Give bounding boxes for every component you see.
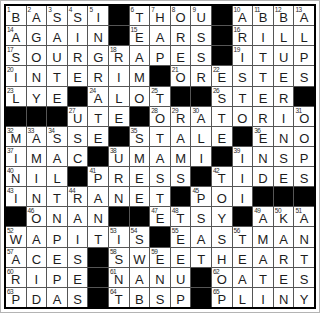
letter-cell[interactable]: W xyxy=(130,248,150,267)
letter-cell[interactable]: A xyxy=(130,268,150,287)
letter-cell[interactable]: S xyxy=(294,167,314,186)
letter-cell[interactable]: R xyxy=(253,107,273,126)
cell-letter: E xyxy=(259,132,268,145)
clue-number: 26 xyxy=(213,87,219,94)
letter-cell[interactable]: 38U xyxy=(109,147,129,166)
letter-cell[interactable]: N xyxy=(27,187,47,206)
black-cell xyxy=(191,167,211,186)
letter-cell[interactable]: 39I xyxy=(233,147,253,166)
letter-cell[interactable]: E xyxy=(274,66,294,85)
letter-cell[interactable]: D xyxy=(253,167,273,186)
cell-letter: L xyxy=(280,31,287,44)
black-cell xyxy=(27,107,47,126)
letter-cell[interactable]: 42T xyxy=(212,167,232,186)
letter-cell[interactable]: 65P xyxy=(212,288,232,307)
letter-cell[interactable]: O xyxy=(212,187,232,206)
cell-letter: N xyxy=(279,293,288,306)
black-cell xyxy=(130,107,150,126)
letter-cell[interactable]: I xyxy=(191,147,211,166)
cell-letter: L xyxy=(198,132,205,145)
letter-cell[interactable]: O xyxy=(294,127,314,146)
letter-cell[interactable]: 63P xyxy=(6,288,26,307)
letter-cell[interactable]: A xyxy=(233,268,253,287)
letter-cell[interactable]: 2A xyxy=(27,6,47,25)
cell-letter: E xyxy=(279,71,288,84)
cell-letter: I xyxy=(199,152,203,165)
letter-cell[interactable]: U xyxy=(274,46,294,65)
cell-letter: W xyxy=(10,233,22,246)
letter-cell[interactable]: L xyxy=(274,26,294,45)
letter-cell[interactable]: S xyxy=(68,127,88,146)
letter-cell[interactable]: S xyxy=(191,207,211,226)
letter-cell[interactable]: 4S xyxy=(68,6,88,25)
clue-number: 29 xyxy=(172,107,178,114)
letter-cell[interactable]: T xyxy=(253,66,273,85)
letter-cell[interactable]: L xyxy=(233,288,253,307)
letter-cell[interactable]: T xyxy=(233,87,253,106)
letter-cell[interactable]: E xyxy=(171,46,191,65)
letter-cell[interactable]: S xyxy=(191,26,211,45)
cell-letter: P xyxy=(156,51,165,64)
letter-cell[interactable]: E xyxy=(171,248,191,267)
letter-cell[interactable]: C xyxy=(27,248,47,267)
letter-cell[interactable]: P xyxy=(294,147,314,166)
letter-cell[interactable]: E xyxy=(130,187,150,206)
letter-cell[interactable]: S xyxy=(191,46,211,65)
letter-cell[interactable]: T xyxy=(294,248,314,267)
letter-cell[interactable]: P xyxy=(294,46,314,65)
letter-cell[interactable]: U xyxy=(47,46,67,65)
cell-letter: B xyxy=(259,11,268,24)
letter-cell[interactable]: N xyxy=(274,127,294,146)
cell-letter: S xyxy=(53,11,62,24)
letter-cell[interactable]: M xyxy=(253,227,273,246)
cell-letter: R xyxy=(176,112,185,125)
letter-cell[interactable]: M xyxy=(171,147,191,166)
letter-cell[interactable]: 21O xyxy=(171,66,191,85)
letter-cell[interactable]: 32M xyxy=(6,127,26,146)
clue-number: 28 xyxy=(151,107,157,114)
cell-letter: M xyxy=(134,71,145,84)
letter-cell[interactable]: 37I xyxy=(6,147,26,166)
letter-cell[interactable]: 45P xyxy=(191,187,211,206)
letter-cell[interactable]: M xyxy=(27,147,47,166)
letter-cell[interactable]: 36E xyxy=(253,127,273,146)
clue-number: 25 xyxy=(151,87,157,94)
cell-letter: E xyxy=(259,92,268,105)
cell-letter: U xyxy=(114,152,123,165)
black-cell xyxy=(109,207,129,226)
letter-cell[interactable]: 18R xyxy=(109,46,129,65)
letter-cell[interactable]: 57A xyxy=(6,248,26,267)
cell-letter: T xyxy=(115,293,123,306)
letter-cell[interactable]: N xyxy=(47,207,67,226)
letter-cell[interactable]: 25T xyxy=(150,87,170,106)
letter-cell[interactable]: Y xyxy=(212,207,232,226)
clue-number: 19 xyxy=(234,46,240,53)
letter-cell[interactable]: U xyxy=(171,268,191,287)
letter-cell[interactable]: 8O xyxy=(171,6,191,25)
letter-cell[interactable]: 52W xyxy=(6,227,26,246)
cell-letter: A xyxy=(279,233,288,246)
cell-letter: I xyxy=(241,51,245,64)
letter-cell[interactable]: 48T xyxy=(171,207,191,226)
cell-letter: A xyxy=(300,11,309,24)
black-cell xyxy=(150,66,170,85)
letter-cell[interactable]: R xyxy=(68,46,88,65)
cell-letter: S xyxy=(197,51,206,64)
cell-letter: D xyxy=(32,293,41,306)
black-cell xyxy=(130,207,150,226)
letter-cell[interactable]: A xyxy=(130,46,150,65)
cell-letter: E xyxy=(176,233,185,246)
letter-cell[interactable]: E xyxy=(47,87,67,106)
letter-cell[interactable]: E xyxy=(130,167,150,186)
cell-letter: E xyxy=(156,253,165,266)
clue-number: 24 xyxy=(89,87,95,94)
letter-cell[interactable]: P xyxy=(171,288,191,307)
cell-letter: A xyxy=(53,293,62,306)
cell-letter: A xyxy=(32,11,41,24)
letter-cell[interactable]: M xyxy=(130,66,150,85)
letter-cell[interactable]: A xyxy=(88,187,108,206)
letter-cell[interactable]: G xyxy=(27,26,47,45)
cell-letter: T xyxy=(238,92,246,105)
letter-cell[interactable]: I xyxy=(68,26,88,45)
letter-cell[interactable]: N xyxy=(294,227,314,246)
letter-cell[interactable]: 40N xyxy=(6,167,26,186)
letter-cell[interactable]: R xyxy=(274,87,294,106)
letter-cell[interactable]: I xyxy=(233,187,253,206)
cell-letter: E xyxy=(176,51,185,64)
cell-letter: A xyxy=(32,233,41,246)
cell-letter: I xyxy=(96,11,100,24)
letter-cell[interactable]: 31O xyxy=(294,107,314,126)
cell-letter: P xyxy=(176,293,185,306)
letter-cell[interactable]: T xyxy=(253,268,273,287)
letter-cell[interactable]: 34S xyxy=(47,127,67,146)
letter-cell[interactable]: 33A xyxy=(27,127,47,146)
letter-cell[interactable]: 53I xyxy=(109,227,129,246)
letter-cell[interactable]: G xyxy=(88,46,108,65)
letter-cell[interactable]: I xyxy=(253,26,273,45)
letter-cell[interactable]: 12B xyxy=(274,6,294,25)
letter-cell[interactable]: O xyxy=(233,107,253,126)
letter-cell[interactable]: 43I xyxy=(6,187,26,206)
letter-cell[interactable]: E xyxy=(253,87,273,106)
letter-cell[interactable]: A xyxy=(27,227,47,246)
letter-cell[interactable]: 44R xyxy=(68,187,88,206)
letter-cell[interactable]: E xyxy=(68,66,88,85)
letter-cell[interactable]: R xyxy=(88,66,108,85)
letter-cell[interactable]: 59E xyxy=(150,248,170,267)
letter-cell[interactable]: E xyxy=(47,248,67,267)
letter-cell[interactable]: I xyxy=(109,66,129,85)
clue-number: 1 xyxy=(7,6,10,13)
cell-letter: E xyxy=(279,172,288,185)
letter-cell[interactable]: 54S xyxy=(130,227,150,246)
letter-cell[interactable]: I xyxy=(253,288,273,307)
black-cell xyxy=(68,87,88,106)
cell-letter: A xyxy=(259,253,268,266)
cell-letter: E xyxy=(94,132,103,145)
letter-cell[interactable]: Y xyxy=(294,288,314,307)
cell-letter: S xyxy=(73,132,82,145)
letter-cell[interactable]: S xyxy=(68,248,88,267)
letter-cell[interactable]: L xyxy=(294,26,314,45)
letter-cell[interactable]: 27U xyxy=(68,107,88,126)
letter-cell[interactable]: 64T xyxy=(109,288,129,307)
letter-cell[interactable]: A xyxy=(191,227,211,246)
letter-cell[interactable]: S xyxy=(294,268,314,287)
black-cell xyxy=(6,107,26,126)
letter-cell[interactable]: S xyxy=(150,167,170,186)
letter-cell[interactable]: T xyxy=(253,46,273,65)
letter-cell[interactable]: 49A xyxy=(253,207,273,226)
letter-cell[interactable]: 15E xyxy=(130,26,150,45)
letter-cell[interactable]: 50K xyxy=(274,207,294,226)
letter-cell[interactable]: N xyxy=(88,26,108,45)
letter-cell[interactable]: 26S xyxy=(212,87,232,106)
black-cell xyxy=(68,167,88,186)
letter-cell[interactable]: I xyxy=(27,167,47,186)
black-cell xyxy=(253,187,273,206)
letter-cell[interactable]: P xyxy=(47,227,67,246)
cell-letter: A xyxy=(197,233,206,246)
letter-cell[interactable]: 19I xyxy=(233,46,253,65)
cell-letter: A xyxy=(238,11,247,24)
letter-cell[interactable]: 16R xyxy=(233,26,253,45)
cell-letter: M xyxy=(31,152,42,165)
letter-cell[interactable]: L xyxy=(47,167,67,186)
letter-cell[interactable]: R xyxy=(191,66,211,85)
black-cell xyxy=(191,87,211,106)
crossword-image: 1B2A3S4S5I6T7H8O9U10A11B12B13A14AGAIN15E… xyxy=(0,0,320,313)
cell-letter: O xyxy=(155,112,165,125)
cell-letter: B xyxy=(279,11,288,24)
cell-letter: S xyxy=(114,253,123,266)
letter-cell[interactable]: 13A xyxy=(294,6,314,25)
letter-cell[interactable]: 24A xyxy=(88,87,108,106)
letter-cell[interactable]: O xyxy=(130,87,150,106)
cell-letter: N xyxy=(279,132,288,145)
black-cell xyxy=(88,147,108,166)
letter-cell[interactable]: 60R xyxy=(6,268,26,287)
clue-number: 55 xyxy=(172,227,178,234)
letter-cell[interactable]: E xyxy=(88,127,108,146)
cell-letter: S xyxy=(73,11,82,24)
cell-letter: T xyxy=(135,11,143,24)
cell-letter: S xyxy=(135,132,144,145)
letter-cell[interactable]: 3S xyxy=(47,6,67,25)
letter-cell[interactable]: S xyxy=(68,288,88,307)
cell-letter: I xyxy=(117,233,121,246)
letter-cell[interactable]: E xyxy=(274,268,294,287)
letter-cell[interactable]: 62O xyxy=(212,268,232,287)
letter-cell[interactable]: 17S xyxy=(6,46,26,65)
letter-cell[interactable]: S xyxy=(233,66,253,85)
letter-cell[interactable]: T xyxy=(212,107,232,126)
letter-cell[interactable]: 55E xyxy=(171,227,191,246)
letter-cell[interactable]: T xyxy=(191,248,211,267)
letter-cell[interactable]: I xyxy=(274,107,294,126)
black-cell xyxy=(88,288,108,307)
letter-cell[interactable]: 41P xyxy=(88,167,108,186)
letter-cell[interactable]: A xyxy=(47,147,67,166)
letter-cell[interactable]: E xyxy=(233,248,253,267)
letter-cell[interactable]: 7H xyxy=(150,6,170,25)
cell-letter: I xyxy=(14,152,18,165)
cell-letter: A xyxy=(238,273,247,286)
cell-letter: E xyxy=(217,132,226,145)
black-cell xyxy=(212,26,232,45)
clue-number: 13 xyxy=(295,6,301,13)
cell-letter: S xyxy=(217,233,226,246)
letter-cell[interactable]: 22E xyxy=(212,66,232,85)
cell-letter: R xyxy=(279,253,288,266)
letter-cell[interactable]: A xyxy=(253,248,273,267)
letter-cell[interactable]: S xyxy=(212,227,232,246)
cell-letter: P xyxy=(197,192,206,205)
letter-cell[interactable]: 35S xyxy=(130,127,150,146)
letter-cell[interactable]: B xyxy=(130,288,150,307)
letter-cell[interactable]: A xyxy=(68,207,88,226)
letter-cell[interactable]: 14A xyxy=(6,26,26,45)
letter-cell[interactable]: A xyxy=(47,26,67,45)
letter-cell[interactable]: E xyxy=(109,107,129,126)
letter-cell[interactable]: 29R xyxy=(171,107,191,126)
letter-cell[interactable]: S xyxy=(274,147,294,166)
letter-cell[interactable]: S xyxy=(171,167,191,186)
letter-cell[interactable]: 20I xyxy=(6,66,26,85)
cell-letter: I xyxy=(117,71,121,84)
letter-cell[interactable]: O xyxy=(27,46,47,65)
black-cell xyxy=(6,207,26,226)
letter-cell[interactable]: I xyxy=(233,167,253,186)
letter-cell[interactable]: T xyxy=(47,187,67,206)
cell-letter: P xyxy=(94,172,103,185)
letter-cell[interactable]: I xyxy=(27,268,47,287)
letter-cell[interactable]: P xyxy=(150,46,170,65)
letter-cell[interactable]: M xyxy=(130,147,150,166)
letter-cell[interactable]: S xyxy=(150,288,170,307)
letter-cell[interactable]: T xyxy=(150,187,170,206)
letter-cell[interactable]: L xyxy=(109,87,129,106)
letter-cell[interactable]: N xyxy=(88,207,108,226)
letter-cell[interactable]: 6T xyxy=(130,6,150,25)
letter-cell[interactable]: T xyxy=(88,227,108,246)
letter-cell[interactable]: H xyxy=(212,248,232,267)
letter-cell[interactable]: 5I xyxy=(88,6,108,25)
letter-cell[interactable]: 10A xyxy=(233,6,253,25)
letter-cell[interactable]: N xyxy=(27,66,47,85)
letter-cell[interactable]: 30A xyxy=(191,107,211,126)
cell-letter: E xyxy=(135,31,144,44)
cell-letter: N xyxy=(114,273,123,286)
letter-cell[interactable]: 56T xyxy=(233,227,253,246)
letter-cell[interactable]: T xyxy=(150,127,170,146)
letter-cell[interactable]: R xyxy=(274,248,294,267)
letter-cell[interactable]: A xyxy=(47,288,67,307)
letter-cell[interactable]: 47E xyxy=(150,207,170,226)
clue-number: 35 xyxy=(131,127,137,134)
clue-number: 11 xyxy=(254,6,260,13)
letter-cell[interactable]: 28O xyxy=(150,107,170,126)
clue-number: 32 xyxy=(7,127,13,134)
letter-cell[interactable]: 9U xyxy=(191,6,211,25)
letter-cell[interactable]: 46O xyxy=(27,207,47,226)
letter-cell[interactable]: A xyxy=(150,26,170,45)
cell-letter: T xyxy=(238,233,246,246)
letter-cell[interactable]: T xyxy=(47,66,67,85)
letter-cell[interactable]: P xyxy=(47,268,67,287)
cell-letter: E xyxy=(176,253,185,266)
cell-letter: O xyxy=(217,192,227,205)
clue-number: 65 xyxy=(213,288,219,295)
letter-cell[interactable]: N xyxy=(109,187,129,206)
cell-letter: E xyxy=(279,273,288,286)
letter-cell[interactable]: A xyxy=(274,227,294,246)
letter-cell[interactable]: N xyxy=(274,288,294,307)
letter-cell[interactable]: 1B xyxy=(6,6,26,25)
cell-letter: D xyxy=(258,172,267,185)
cell-letter: T xyxy=(197,253,205,266)
letter-cell[interactable]: 23L xyxy=(6,87,26,106)
black-cell xyxy=(191,288,211,307)
clue-number: 61 xyxy=(110,268,116,275)
letter-cell[interactable]: A xyxy=(171,127,191,146)
clue-number: 4 xyxy=(69,6,72,13)
cell-letter: T xyxy=(177,212,185,225)
clue-number: 51 xyxy=(295,207,301,214)
letter-cell[interactable]: 51A xyxy=(294,207,314,226)
letter-cell[interactable]: D xyxy=(27,288,47,307)
clue-number: 53 xyxy=(110,227,116,234)
cell-letter: T xyxy=(53,71,61,84)
letter-cell[interactable]: R xyxy=(171,26,191,45)
cell-letter: N xyxy=(32,71,41,84)
letter-cell[interactable]: I xyxy=(68,227,88,246)
letter-cell[interactable]: N xyxy=(150,268,170,287)
clue-number: 63 xyxy=(7,288,13,295)
letter-cell[interactable]: S xyxy=(294,66,314,85)
cell-letter: C xyxy=(73,152,82,165)
cell-letter: N xyxy=(300,233,309,246)
clue-number: 52 xyxy=(7,227,13,234)
cell-letter: O xyxy=(31,51,41,64)
cell-letter: S xyxy=(238,71,247,84)
letter-cell[interactable]: N xyxy=(253,147,273,166)
letter-cell[interactable]: Y xyxy=(27,87,47,106)
letter-cell[interactable]: E xyxy=(212,127,232,146)
letter-cell[interactable]: E xyxy=(274,167,294,186)
black-cell xyxy=(88,248,108,267)
cell-letter: S xyxy=(300,172,309,185)
letter-cell[interactable]: C xyxy=(68,147,88,166)
letter-cell[interactable]: T xyxy=(88,107,108,126)
letter-cell[interactable]: R xyxy=(109,167,129,186)
letter-cell[interactable]: A xyxy=(150,147,170,166)
letter-cell[interactable]: 58S xyxy=(109,248,129,267)
letter-cell[interactable]: L xyxy=(191,127,211,146)
cell-letter: Y xyxy=(217,212,226,225)
cell-letter: T xyxy=(156,192,164,205)
cell-letter: A xyxy=(156,31,165,44)
letter-cell[interactable]: E xyxy=(68,268,88,287)
letter-cell[interactable]: 11B xyxy=(253,6,273,25)
cell-letter: R xyxy=(114,172,123,185)
letter-cell[interactable]: 61N xyxy=(109,268,129,287)
